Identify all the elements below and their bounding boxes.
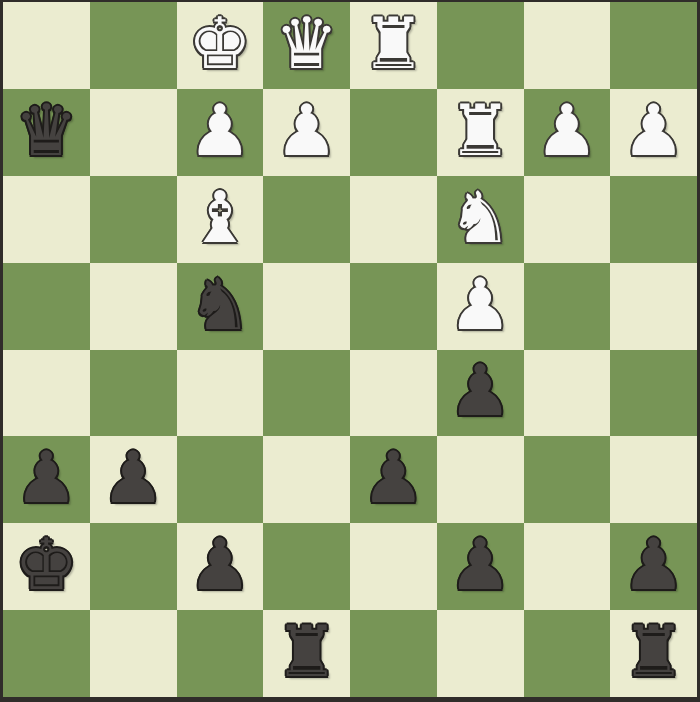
square-b2[interactable]: ♟: [524, 89, 611, 176]
square-c7[interactable]: ♟: [437, 523, 524, 610]
square-c1[interactable]: [437, 2, 524, 89]
white-bishop-piece[interactable]: ♝: [188, 182, 252, 253]
black-rook-piece[interactable]: ♜: [622, 616, 686, 687]
square-h7[interactable]: ♚: [3, 523, 90, 610]
square-a3[interactable]: [610, 176, 697, 263]
white-rook-piece[interactable]: ♜: [448, 95, 512, 166]
square-b6[interactable]: [524, 436, 611, 523]
square-a6[interactable]: [610, 436, 697, 523]
square-a1[interactable]: [610, 2, 697, 89]
white-pawn-piece[interactable]: ♟: [535, 95, 599, 166]
square-h1[interactable]: [3, 2, 90, 89]
square-a2[interactable]: ♟: [610, 89, 697, 176]
square-g8[interactable]: [90, 610, 177, 697]
square-e6[interactable]: [263, 436, 350, 523]
square-g1[interactable]: [90, 2, 177, 89]
white-pawn-piece[interactable]: ♟: [275, 95, 339, 166]
square-b5[interactable]: [524, 350, 611, 437]
square-g4[interactable]: [90, 263, 177, 350]
square-b3[interactable]: [524, 176, 611, 263]
square-b8[interactable]: [524, 610, 611, 697]
square-h6[interactable]: ♟: [3, 436, 90, 523]
square-c5[interactable]: ♟: [437, 350, 524, 437]
square-f7[interactable]: ♟: [177, 523, 264, 610]
black-pawn-piece[interactable]: ♟: [622, 529, 686, 600]
square-h4[interactable]: [3, 263, 90, 350]
white-rook-piece[interactable]: ♜: [362, 8, 426, 79]
square-d3[interactable]: [350, 176, 437, 263]
black-knight-piece[interactable]: ♞: [188, 269, 252, 340]
square-e5[interactable]: [263, 350, 350, 437]
square-g7[interactable]: [90, 523, 177, 610]
square-h5[interactable]: [3, 350, 90, 437]
black-rook-piece[interactable]: ♜: [275, 616, 339, 687]
square-g3[interactable]: [90, 176, 177, 263]
square-f3[interactable]: ♝: [177, 176, 264, 263]
square-c2[interactable]: ♜: [437, 89, 524, 176]
white-pawn-piece[interactable]: ♟: [448, 269, 512, 340]
white-knight-piece[interactable]: ♞: [448, 182, 512, 253]
square-e2[interactable]: ♟: [263, 89, 350, 176]
black-pawn-piece[interactable]: ♟: [101, 442, 165, 513]
square-e3[interactable]: [263, 176, 350, 263]
square-a5[interactable]: [610, 350, 697, 437]
black-pawn-piece[interactable]: ♟: [448, 529, 512, 600]
square-d5[interactable]: [350, 350, 437, 437]
square-a7[interactable]: ♟: [610, 523, 697, 610]
square-c4[interactable]: ♟: [437, 263, 524, 350]
square-f4[interactable]: ♞: [177, 263, 264, 350]
square-b1[interactable]: [524, 2, 611, 89]
square-d8[interactable]: [350, 610, 437, 697]
square-e4[interactable]: [263, 263, 350, 350]
square-f8[interactable]: [177, 610, 264, 697]
black-queen-piece[interactable]: ♛: [15, 95, 79, 166]
square-d4[interactable]: [350, 263, 437, 350]
board-frame: ♚♛♜♛♟♟♜♟♟♝♞♞♟♟♟♟♟♚♟♟♟♜♜: [0, 0, 700, 702]
square-h2[interactable]: ♛: [3, 89, 90, 176]
square-a8[interactable]: ♜: [610, 610, 697, 697]
square-b7[interactable]: [524, 523, 611, 610]
black-pawn-piece[interactable]: ♟: [15, 442, 79, 513]
black-king-piece[interactable]: ♚: [15, 529, 79, 600]
square-c6[interactable]: [437, 436, 524, 523]
square-c8[interactable]: [437, 610, 524, 697]
square-d2[interactable]: [350, 89, 437, 176]
square-e7[interactable]: [263, 523, 350, 610]
square-e8[interactable]: ♜: [263, 610, 350, 697]
square-g2[interactable]: [90, 89, 177, 176]
square-g5[interactable]: [90, 350, 177, 437]
square-f5[interactable]: [177, 350, 264, 437]
square-e1[interactable]: ♛: [263, 2, 350, 89]
black-pawn-piece[interactable]: ♟: [448, 355, 512, 426]
square-d6[interactable]: ♟: [350, 436, 437, 523]
black-pawn-piece[interactable]: ♟: [362, 442, 426, 513]
square-f1[interactable]: ♚: [177, 2, 264, 89]
square-h3[interactable]: [3, 176, 90, 263]
square-b4[interactable]: [524, 263, 611, 350]
square-f6[interactable]: [177, 436, 264, 523]
chess-board: ♚♛♜♛♟♟♜♟♟♝♞♞♟♟♟♟♟♚♟♟♟♜♜: [3, 2, 697, 697]
square-d7[interactable]: [350, 523, 437, 610]
square-d1[interactable]: ♜: [350, 2, 437, 89]
white-pawn-piece[interactable]: ♟: [622, 95, 686, 166]
square-g6[interactable]: ♟: [90, 436, 177, 523]
white-king-piece[interactable]: ♚: [188, 8, 252, 79]
square-f2[interactable]: ♟: [177, 89, 264, 176]
white-pawn-piece[interactable]: ♟: [188, 95, 252, 166]
white-queen-piece[interactable]: ♛: [275, 8, 339, 79]
square-c3[interactable]: ♞: [437, 176, 524, 263]
square-h8[interactable]: [3, 610, 90, 697]
square-a4[interactable]: [610, 263, 697, 350]
black-pawn-piece[interactable]: ♟: [188, 529, 252, 600]
